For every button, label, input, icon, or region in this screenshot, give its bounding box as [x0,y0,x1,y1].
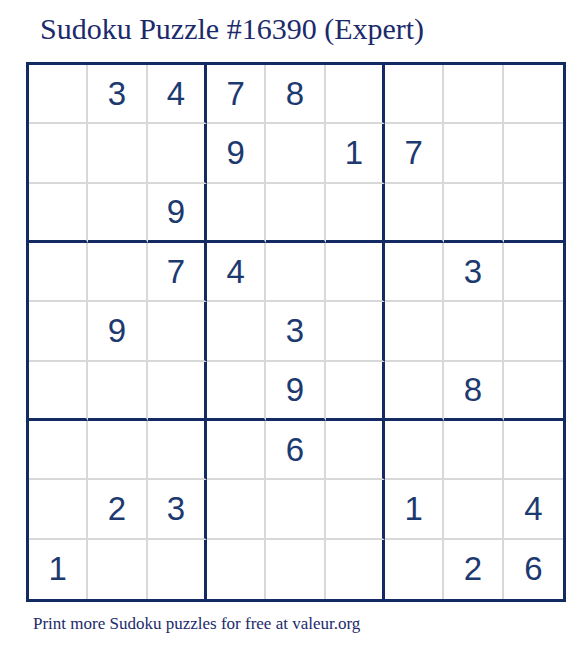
cell-r5c3 [148,302,207,361]
cell-r5c8 [444,302,503,361]
cell-r4c8: 3 [444,243,503,302]
cell-r8c8 [444,480,503,539]
cell-r5c1 [29,302,88,361]
cell-r3c1 [29,184,88,243]
cell-r6c6 [326,362,385,421]
cell-r7c9 [504,421,563,480]
cell-r9c9: 6 [504,540,563,599]
cell-r4c4: 4 [207,243,266,302]
sudoku-page: Sudoku Puzzle #16390 (Expert) 3478917974… [0,0,580,651]
cell-r3c7 [385,184,444,243]
cell-r3c9 [504,184,563,243]
cell-r7c8 [444,421,503,480]
cell-r1c5: 8 [266,65,325,124]
cell-r6c2 [88,362,147,421]
cell-r5c4 [207,302,266,361]
cell-r6c4 [207,362,266,421]
cell-r8c9: 4 [504,480,563,539]
cell-r5c6 [326,302,385,361]
cell-r4c9 [504,243,563,302]
cell-r4c3: 7 [148,243,207,302]
cell-r9c4 [207,540,266,599]
cell-r8c3: 3 [148,480,207,539]
cell-r4c6 [326,243,385,302]
cell-r7c3 [148,421,207,480]
cell-r3c4 [207,184,266,243]
cell-r7c4 [207,421,266,480]
cell-r7c7 [385,421,444,480]
cell-r7c5: 6 [266,421,325,480]
cell-r7c2 [88,421,147,480]
cell-r9c1: 1 [29,540,88,599]
cell-r6c1 [29,362,88,421]
cell-r7c1 [29,421,88,480]
cell-r5c5: 3 [266,302,325,361]
cell-r9c6 [326,540,385,599]
cell-r2c2 [88,124,147,183]
cell-r1c7 [385,65,444,124]
cell-r1c6 [326,65,385,124]
cell-r2c1 [29,124,88,183]
cell-r1c8 [444,65,503,124]
page-title: Sudoku Puzzle #16390 (Expert) [40,11,424,47]
cell-r8c1 [29,480,88,539]
cell-r8c4 [207,480,266,539]
cell-r9c8: 2 [444,540,503,599]
cell-r8c6 [326,480,385,539]
cell-r6c9 [504,362,563,421]
cell-r3c8 [444,184,503,243]
cell-r4c2 [88,243,147,302]
cell-r2c6: 1 [326,124,385,183]
cell-r8c5 [266,480,325,539]
cell-r4c5 [266,243,325,302]
sudoku-board: 34789179743939862314126 [26,62,566,602]
footer-credit: Print more Sudoku puzzles for free at va… [33,613,360,635]
cell-r2c9 [504,124,563,183]
cell-r1c1 [29,65,88,124]
cell-r3c5 [266,184,325,243]
cell-r6c5: 9 [266,362,325,421]
cell-r2c7: 7 [385,124,444,183]
cell-r2c8 [444,124,503,183]
cell-r8c7: 1 [385,480,444,539]
cell-r5c9 [504,302,563,361]
cell-r4c7 [385,243,444,302]
cell-r9c2 [88,540,147,599]
cell-r9c7 [385,540,444,599]
cell-r5c2: 9 [88,302,147,361]
cell-r1c4: 7 [207,65,266,124]
cell-r7c6 [326,421,385,480]
cell-r5c7 [385,302,444,361]
cell-r6c3 [148,362,207,421]
cell-r3c3: 9 [148,184,207,243]
cell-r1c2: 3 [88,65,147,124]
cell-r4c1 [29,243,88,302]
cell-r2c3 [148,124,207,183]
cell-r2c4: 9 [207,124,266,183]
cell-r8c2: 2 [88,480,147,539]
cell-r1c3: 4 [148,65,207,124]
cell-r3c6 [326,184,385,243]
cell-r9c5 [266,540,325,599]
cell-r2c5 [266,124,325,183]
cell-r3c2 [88,184,147,243]
cell-r9c3 [148,540,207,599]
cell-r1c9 [504,65,563,124]
cell-r6c7 [385,362,444,421]
cell-r6c8: 8 [444,362,503,421]
